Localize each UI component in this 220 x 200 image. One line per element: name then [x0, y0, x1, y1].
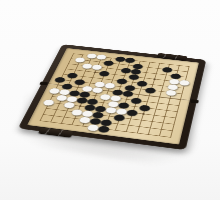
- go-grid: ●●●●●●●●●●●●●●●●●●●●●●●●●●●●●●●●●●●●●●●●…: [33, 50, 194, 141]
- intersection-4-5: ●: [99, 70, 111, 76]
- go-board: ●●●●●●●●●●●●●●●●●●●●●●●●●●●●●●●●●●●●●●●●…: [18, 44, 207, 150]
- hoshi-point: [93, 71, 96, 73]
- white-stone: ●: [179, 79, 191, 86]
- play-area: ●●●●●●●●●●●●●●●●●●●●●●●●●●●●●●●●●●●●●●●●…: [33, 50, 194, 141]
- intersection-13-7: ●: [97, 125, 110, 133]
- black-stone: ●: [126, 109, 139, 116]
- board-frame: ●●●●●●●●●●●●●●●●●●●●●●●●●●●●●●●●●●●●●●●●…: [18, 44, 207, 150]
- product-photo-scene: ●●●●●●●●●●●●●●●●●●●●●●●●●●●●●●●●●●●●●●●●…: [0, 0, 220, 200]
- black-stone: ●: [139, 104, 152, 111]
- intersection-6-12: ●: [165, 89, 177, 96]
- white-stone: ●: [42, 98, 55, 105]
- white-stone: ●: [165, 89, 177, 96]
- hoshi-point: [142, 113, 145, 115]
- intersection-2-5: ●: [103, 60, 115, 66]
- intersection-9-10: ●: [139, 104, 152, 111]
- black-stone: ●: [97, 125, 110, 133]
- black-stone: ●: [103, 60, 115, 66]
- hinge-notch-right: [190, 99, 199, 103]
- intersection-10-1: ●: [42, 98, 55, 105]
- black-stone: ●: [113, 113, 126, 121]
- intersection-13-13: [164, 133, 177, 141]
- intersection-10-9: ●: [126, 109, 139, 116]
- black-stone: ●: [145, 87, 157, 94]
- intersection-11-8: ●: [113, 113, 126, 121]
- intersection-6-10: ●: [145, 87, 157, 94]
- hoshi-point: [153, 78, 156, 80]
- black-stone: ●: [99, 70, 111, 76]
- intersection-4-13: ●: [179, 79, 191, 86]
